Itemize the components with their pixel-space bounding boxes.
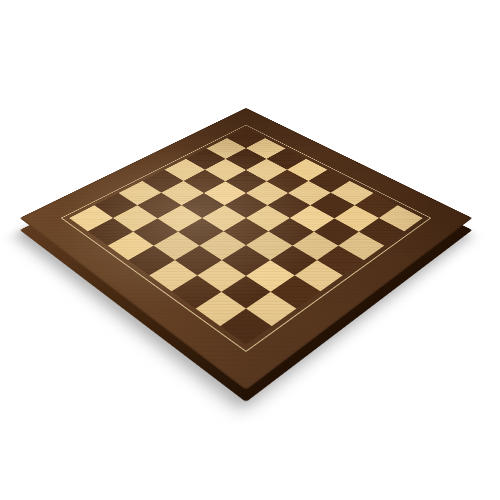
playing-area: [69, 128, 423, 344]
chess-board: [20, 108, 473, 390]
product-photo-scene: [0, 0, 500, 500]
